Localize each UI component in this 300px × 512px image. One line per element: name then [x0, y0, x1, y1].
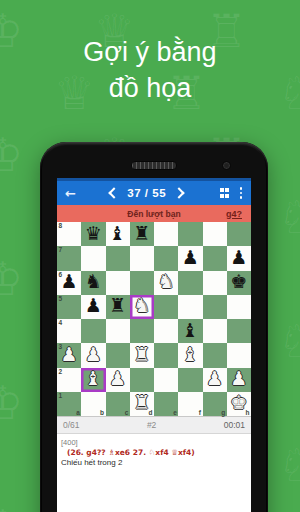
- square-g7[interactable]: [203, 246, 227, 270]
- square-e5[interactable]: [154, 295, 178, 319]
- variation-line: (26. g4?? ♗xe6 27. ♘xf4 ♕xf4): [61, 448, 247, 458]
- rank-label-5: 5: [59, 295, 63, 302]
- file-label-e: e: [173, 409, 177, 416]
- piece-black-knight: ♞: [85, 272, 102, 291]
- square-h3[interactable]: [227, 343, 251, 367]
- square-d4[interactable]: [130, 319, 154, 343]
- square-e4[interactable]: [154, 319, 178, 343]
- title-line-2: đồ họa: [0, 70, 300, 106]
- rank-label-7: 7: [59, 246, 63, 253]
- puzzle-rating: [400]: [61, 438, 247, 448]
- piece-black-bishop: ♝: [109, 224, 126, 243]
- square-e7[interactable]: [154, 246, 178, 270]
- square-c8[interactable]: ♝: [106, 222, 130, 246]
- square-d8[interactable]: ♜: [130, 222, 154, 246]
- page-title: Gợi ý bằng đồ họa: [0, 34, 300, 106]
- square-a7[interactable]: 7: [57, 246, 81, 270]
- rank-label-1: 1: [59, 392, 63, 399]
- square-d6[interactable]: [130, 271, 154, 295]
- turn-banner-label: Đến lượt bạn: [57, 209, 251, 219]
- piece-black-pawn: ♟: [85, 296, 102, 315]
- square-d5[interactable]: ♞: [130, 295, 154, 319]
- square-c3[interactable]: [106, 343, 130, 367]
- piece-white-rook: ♜: [133, 393, 150, 412]
- phone-mockup: ← 37 / 55 Đến lượt bạn g4? 8♛♝♜7♟♟6♟♞♞♚5…: [40, 142, 268, 512]
- app-toolbar: ← 37 / 55: [57, 181, 251, 205]
- title-line-1: Gợi ý bằng: [0, 34, 300, 70]
- square-a3[interactable]: 3♟: [57, 343, 81, 367]
- square-e1[interactable]: e: [154, 392, 178, 416]
- piece-black-pawn: ♟: [182, 248, 199, 267]
- square-h2[interactable]: ♟: [227, 368, 251, 392]
- piece-white-king: ♚: [230, 393, 247, 412]
- square-b4[interactable]: [81, 319, 105, 343]
- piece-black-pawn: ♟: [230, 248, 247, 267]
- piece-black-rook: ♜: [133, 224, 150, 243]
- status-bar: 0/61 #2 00:01: [57, 416, 251, 434]
- square-f6[interactable]: [178, 271, 202, 295]
- piece-white-pawn: ♟: [61, 345, 78, 364]
- square-a2[interactable]: 2: [57, 368, 81, 392]
- square-e2[interactable]: [154, 368, 178, 392]
- file-label-b: b: [100, 409, 104, 416]
- square-b1[interactable]: b: [81, 392, 105, 416]
- piece-white-bishop: ♝: [85, 369, 102, 388]
- square-c1[interactable]: c: [106, 392, 130, 416]
- square-a5[interactable]: 5: [57, 295, 81, 319]
- square-e3[interactable]: [154, 343, 178, 367]
- file-label-a: a: [76, 409, 80, 416]
- square-c4[interactable]: [106, 319, 130, 343]
- square-a8[interactable]: 8: [57, 222, 81, 246]
- last-move-hint[interactable]: g4?: [226, 209, 242, 219]
- piece-black-queen: ♛: [85, 224, 102, 243]
- square-c5[interactable]: ♜: [106, 295, 130, 319]
- square-f2[interactable]: [178, 368, 202, 392]
- square-h4[interactable]: [227, 319, 251, 343]
- file-label-c: c: [125, 409, 129, 416]
- piece-white-pawn: ♟: [85, 345, 102, 364]
- piece-black-pawn: ♟: [61, 272, 78, 291]
- square-a6[interactable]: 6♟: [57, 271, 81, 295]
- square-g1[interactable]: g: [203, 392, 227, 416]
- back-icon[interactable]: ←: [65, 186, 76, 201]
- square-f4[interactable]: ♝: [178, 319, 202, 343]
- square-d7[interactable]: [130, 246, 154, 270]
- square-f3[interactable]: ♝: [178, 343, 202, 367]
- square-a1[interactable]: 1a: [57, 392, 81, 416]
- rank-label-2: 2: [59, 368, 63, 375]
- problem-number: #2: [80, 420, 224, 430]
- square-f1[interactable]: f: [178, 392, 202, 416]
- pause-icon[interactable]: [220, 188, 229, 198]
- square-h1[interactable]: h♚: [227, 392, 251, 416]
- square-a4[interactable]: 4: [57, 319, 81, 343]
- rank-label-4: 4: [59, 319, 63, 326]
- puzzle-info-panel: [400] (26. g4?? ♗xe6 27. ♘xf4 ♕xf4) Chiế…: [57, 434, 251, 512]
- piece-black-bishop: ♝: [182, 321, 199, 340]
- square-h6[interactable]: ♚: [227, 271, 251, 295]
- piece-white-knight: ♞: [158, 272, 175, 291]
- chess-board: 8♛♝♜7♟♟6♟♞♞♚5♟♜♞4♝3♟♟♜♝2♝♟♟♟1abcd♜efgh♚: [57, 222, 251, 416]
- square-b3[interactable]: ♟: [81, 343, 105, 367]
- square-d2[interactable]: [130, 368, 154, 392]
- square-g3[interactable]: [203, 343, 227, 367]
- square-h8[interactable]: [227, 222, 251, 246]
- square-h7[interactable]: ♟: [227, 246, 251, 270]
- piece-white-pawn: ♟: [206, 369, 223, 388]
- square-d1[interactable]: d♜: [130, 392, 154, 416]
- turn-banner: Đến lượt bạn g4?: [57, 205, 251, 222]
- square-g4[interactable]: [203, 319, 227, 343]
- piece-white-rook: ♜: [133, 345, 150, 364]
- square-g5[interactable]: [203, 295, 227, 319]
- square-c7[interactable]: [106, 246, 130, 270]
- square-g8[interactable]: [203, 222, 227, 246]
- square-b7[interactable]: [81, 246, 105, 270]
- piece-white-pawn: ♟: [109, 369, 126, 388]
- file-label-g: g: [221, 409, 225, 416]
- square-c2[interactable]: ♟: [106, 368, 130, 392]
- square-d3[interactable]: ♜: [130, 343, 154, 367]
- puzzle-navigation: 37 / 55: [76, 187, 218, 199]
- square-b8[interactable]: ♛: [81, 222, 105, 246]
- timer: 00:01: [224, 420, 245, 430]
- square-e8[interactable]: [154, 222, 178, 246]
- square-b5[interactable]: ♟: [81, 295, 105, 319]
- previous-puzzle-icon[interactable]: [109, 187, 120, 198]
- piece-white-bishop: ♝: [182, 345, 199, 364]
- square-f5[interactable]: [178, 295, 202, 319]
- phone-camera: [222, 161, 231, 170]
- score-counter: 0/61: [63, 420, 80, 430]
- next-puzzle-icon[interactable]: [173, 187, 184, 198]
- square-h5[interactable]: [227, 295, 251, 319]
- square-f8[interactable]: [178, 222, 202, 246]
- piece-white-pawn: ♟: [230, 369, 247, 388]
- piece-black-king: ♚: [230, 272, 247, 291]
- square-g6[interactable]: [203, 271, 227, 295]
- file-label-f: f: [199, 409, 201, 416]
- puzzle-counter: 37 / 55: [127, 187, 166, 199]
- task-label: Chiếu hết trong 2: [61, 458, 247, 468]
- square-e6[interactable]: ♞: [154, 271, 178, 295]
- phone-speaker: [131, 161, 177, 170]
- square-c6[interactable]: [106, 271, 130, 295]
- square-b6[interactable]: ♞: [81, 271, 105, 295]
- phone-screen: ← 37 / 55 Đến lượt bạn g4? 8♛♝♜7♟♟6♟♞♞♚5…: [57, 178, 251, 512]
- overflow-menu-icon[interactable]: [240, 187, 243, 199]
- piece-white-knight: ♞: [133, 296, 150, 315]
- square-b2[interactable]: ♝: [81, 368, 105, 392]
- square-f7[interactable]: ♟: [178, 246, 202, 270]
- piece-black-rook: ♜: [109, 296, 126, 315]
- square-g2[interactable]: ♟: [203, 368, 227, 392]
- rank-label-8: 8: [59, 222, 63, 229]
